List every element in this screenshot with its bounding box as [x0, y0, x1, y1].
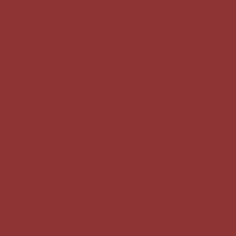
board-frame: [0, 0, 236, 236]
chess-board: [4, 4, 232, 232]
